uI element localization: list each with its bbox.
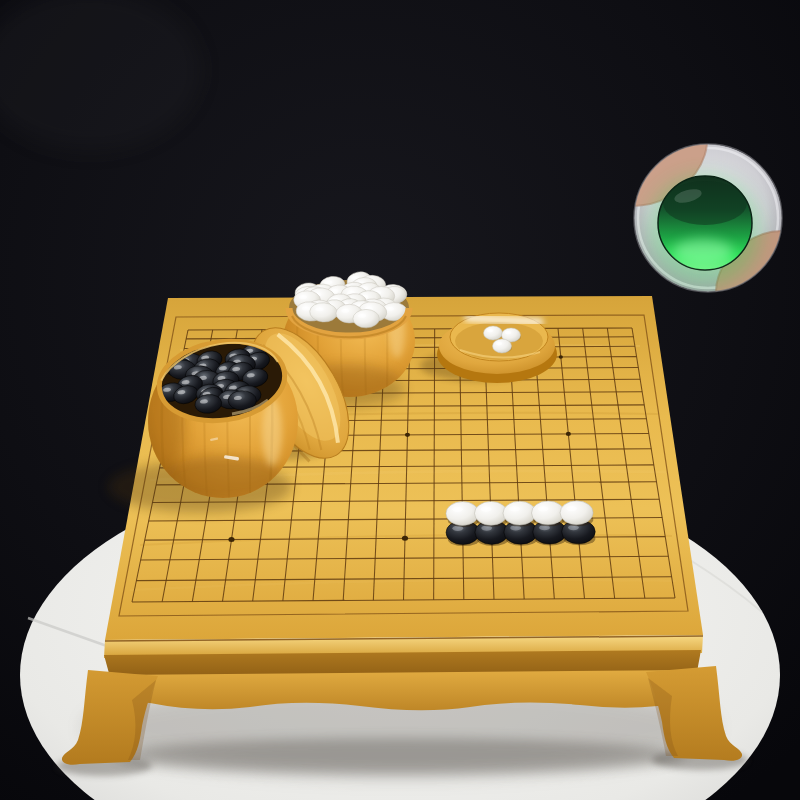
bowl-stone-highlight bbox=[324, 280, 332, 284]
bowl-stone-highlight bbox=[315, 307, 323, 311]
star-point bbox=[228, 537, 234, 542]
lid-stone-highlight bbox=[496, 342, 502, 346]
star-point bbox=[402, 536, 408, 541]
bowl-stone-highlight bbox=[302, 306, 310, 310]
star-point bbox=[566, 432, 571, 436]
white-bowl-stone bbox=[353, 309, 380, 328]
stone-highlight bbox=[509, 506, 520, 511]
bowl-stone-highlight bbox=[358, 314, 366, 318]
go-scene bbox=[0, 0, 800, 800]
lid-stone-highlight bbox=[487, 329, 493, 333]
white-stone bbox=[532, 501, 565, 525]
white-stone bbox=[446, 502, 479, 526]
lid-tray-reflection bbox=[468, 318, 540, 322]
lid-stone-highlight bbox=[505, 331, 511, 335]
star-point bbox=[559, 355, 563, 358]
bowl-stone-highlight bbox=[341, 309, 349, 313]
bowl-stone-highlight bbox=[386, 307, 394, 311]
lid-stone bbox=[484, 326, 503, 340]
white-stone bbox=[474, 501, 507, 525]
stone-highlight bbox=[538, 506, 549, 511]
white-stone bbox=[560, 501, 593, 525]
lid-stone bbox=[493, 339, 512, 353]
stone-highlight bbox=[566, 506, 577, 511]
stones-on-board bbox=[446, 501, 595, 546]
product-photo-go-set bbox=[0, 0, 800, 800]
stone-highlight bbox=[481, 507, 492, 512]
board-apron bbox=[112, 670, 694, 710]
white-stone bbox=[503, 501, 536, 525]
star-point bbox=[405, 433, 410, 437]
stone-highlight bbox=[452, 507, 463, 512]
bowl-stone-highlight bbox=[299, 295, 307, 299]
